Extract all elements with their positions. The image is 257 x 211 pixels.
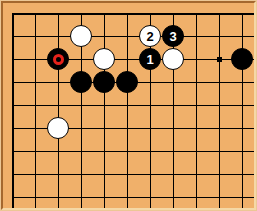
intersection (208, 71, 231, 94)
intersection (47, 186, 70, 209)
intersection (3, 163, 24, 186)
intersection (208, 48, 231, 71)
intersection (47, 94, 70, 117)
intersection: 1 (139, 48, 162, 71)
go-board: 231 (3, 3, 254, 208)
intersection (47, 25, 70, 48)
intersection (47, 163, 70, 186)
intersection (139, 94, 162, 117)
intersection (139, 163, 162, 186)
intersection (185, 186, 208, 209)
intersection (231, 48, 254, 71)
intersection (70, 71, 93, 94)
stone-black (93, 71, 115, 93)
intersection (116, 71, 139, 94)
intersection (185, 140, 208, 163)
intersection (185, 163, 208, 186)
intersection (231, 186, 254, 209)
intersection (116, 94, 139, 117)
intersection (93, 25, 116, 48)
intersection (116, 48, 139, 71)
intersection (93, 163, 116, 186)
intersection (185, 25, 208, 48)
intersection (24, 163, 47, 186)
intersection (185, 3, 208, 25)
intersection (47, 117, 70, 140)
intersection (208, 117, 231, 140)
intersection (208, 186, 231, 209)
stone-white (47, 117, 69, 139)
intersection (24, 71, 47, 94)
intersection (208, 25, 231, 48)
stone-black (70, 71, 92, 93)
intersection (231, 140, 254, 163)
move-1-stone-black: 1 (139, 48, 161, 70)
intersection (24, 48, 47, 71)
intersection (24, 117, 47, 140)
intersection (185, 71, 208, 94)
intersection (3, 117, 24, 140)
star-point (217, 57, 222, 62)
intersection (3, 140, 24, 163)
stone-black (231, 48, 253, 70)
intersection (70, 186, 93, 209)
intersection (70, 163, 93, 186)
intersection (3, 48, 24, 71)
intersection (231, 94, 254, 117)
intersection (208, 94, 231, 117)
intersection (3, 3, 24, 25)
intersection (231, 3, 254, 25)
intersection (162, 71, 185, 94)
intersection (139, 140, 162, 163)
intersection (116, 140, 139, 163)
intersection (162, 94, 185, 117)
intersection (70, 3, 93, 25)
intersection (139, 117, 162, 140)
intersection: 3 (162, 25, 185, 48)
intersection (70, 48, 93, 71)
stone-black (47, 48, 69, 70)
intersection (185, 94, 208, 117)
intersection (231, 117, 254, 140)
go-diagram-frame: 231 (0, 0, 257, 211)
intersection (47, 48, 70, 71)
intersection (93, 3, 116, 25)
intersection (3, 25, 24, 48)
intersection (231, 71, 254, 94)
intersection (3, 94, 24, 117)
intersection (70, 117, 93, 140)
stone-black (116, 71, 138, 93)
intersection (208, 163, 231, 186)
intersection (208, 140, 231, 163)
intersection (116, 163, 139, 186)
intersection (93, 71, 116, 94)
intersection-grid: 231 (3, 3, 254, 208)
intersection (93, 94, 116, 117)
intersection (24, 94, 47, 117)
intersection (70, 25, 93, 48)
intersection (47, 140, 70, 163)
intersection (24, 3, 47, 25)
move-2-stone-white: 2 (139, 25, 161, 47)
intersection (47, 71, 70, 94)
intersection (162, 186, 185, 209)
intersection (116, 117, 139, 140)
intersection (185, 117, 208, 140)
intersection (3, 186, 24, 209)
intersection (93, 117, 116, 140)
intersection (93, 48, 116, 71)
intersection (24, 140, 47, 163)
intersection (208, 3, 231, 25)
intersection: 2 (139, 25, 162, 48)
intersection (47, 3, 70, 25)
intersection (93, 140, 116, 163)
stone-white (162, 48, 184, 70)
intersection (3, 71, 24, 94)
stone-white (70, 25, 92, 47)
intersection (24, 186, 47, 209)
intersection (162, 163, 185, 186)
intersection (162, 140, 185, 163)
circle-marker (53, 54, 64, 65)
intersection (185, 48, 208, 71)
intersection (116, 186, 139, 209)
intersection (139, 186, 162, 209)
intersection (139, 3, 162, 25)
intersection (162, 48, 185, 71)
intersection (231, 25, 254, 48)
intersection (93, 186, 116, 209)
intersection (116, 25, 139, 48)
intersection (70, 140, 93, 163)
move-3-stone-black: 3 (162, 25, 184, 47)
intersection (231, 163, 254, 186)
intersection (70, 94, 93, 117)
diagram-bevel-border: 231 (1, 1, 256, 210)
intersection (116, 3, 139, 25)
intersection (162, 3, 185, 25)
stone-white (93, 48, 115, 70)
intersection (24, 25, 47, 48)
intersection (162, 117, 185, 140)
intersection (139, 71, 162, 94)
